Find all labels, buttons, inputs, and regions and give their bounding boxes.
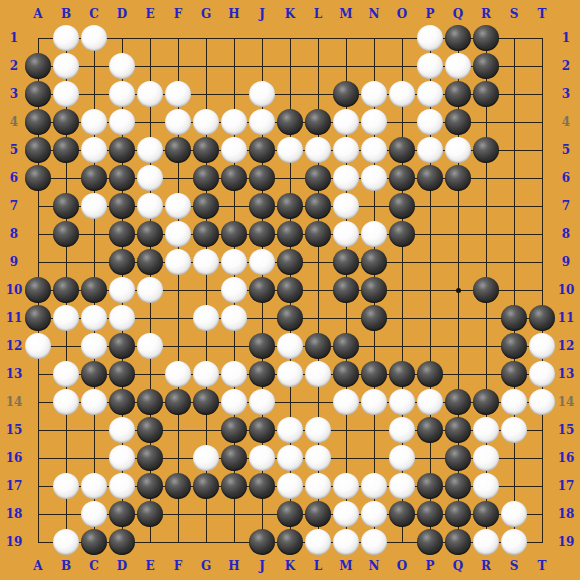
- white-stone-G16[interactable]: [193, 445, 219, 471]
- col-label-top-F: F: [167, 6, 189, 22]
- white-stone-G4[interactable]: [193, 109, 219, 135]
- col-label-top-P: P: [419, 6, 441, 22]
- row-label-left-13: 13: [3, 366, 25, 382]
- white-stone-F13[interactable]: [165, 361, 191, 387]
- black-stone-M10[interactable]: [333, 277, 359, 303]
- white-stone-H5[interactable]: [221, 137, 247, 163]
- white-stone-S14[interactable]: [501, 389, 527, 415]
- white-stone-R19[interactable]: [473, 529, 499, 555]
- col-label-top-K: K: [279, 6, 301, 22]
- white-stone-H9[interactable]: [221, 249, 247, 275]
- row-label-left-12: 12: [3, 338, 25, 354]
- black-stone-O13[interactable]: [389, 361, 415, 387]
- black-stone-A6[interactable]: [25, 165, 51, 191]
- white-stone-K5[interactable]: [277, 137, 303, 163]
- col-label-top-N: N: [363, 6, 385, 22]
- white-stone-M14[interactable]: [333, 389, 359, 415]
- white-stone-E7[interactable]: [137, 193, 163, 219]
- black-stone-P6[interactable]: [417, 165, 443, 191]
- black-stone-A11[interactable]: [25, 305, 51, 331]
- row-label-left-10: 10: [3, 282, 25, 298]
- black-stone-S13[interactable]: [501, 361, 527, 387]
- row-label-right-10: 10: [555, 282, 577, 298]
- white-stone-K16[interactable]: [277, 445, 303, 471]
- black-stone-O8[interactable]: [389, 221, 415, 247]
- black-stone-M9[interactable]: [333, 249, 359, 275]
- col-label-bottom-D: D: [111, 558, 133, 574]
- black-stone-G7[interactable]: [193, 193, 219, 219]
- black-stone-D5[interactable]: [109, 137, 135, 163]
- black-stone-J5[interactable]: [249, 137, 275, 163]
- black-stone-N11[interactable]: [361, 305, 387, 331]
- white-stone-E6[interactable]: [137, 165, 163, 191]
- col-label-top-O: O: [391, 6, 413, 22]
- black-stone-Q6[interactable]: [445, 165, 471, 191]
- black-stone-J13[interactable]: [249, 361, 275, 387]
- col-label-top-E: E: [139, 6, 161, 22]
- row-label-left-5: 5: [3, 142, 25, 158]
- white-stone-P4[interactable]: [417, 109, 443, 135]
- white-stone-K13[interactable]: [277, 361, 303, 387]
- row-label-right-7: 7: [555, 198, 577, 214]
- white-stone-B17[interactable]: [53, 473, 79, 499]
- col-label-top-A: A: [27, 6, 49, 22]
- black-stone-L8[interactable]: [305, 221, 331, 247]
- black-stone-E15[interactable]: [137, 417, 163, 443]
- white-stone-G13[interactable]: [193, 361, 219, 387]
- row-label-right-19: 19: [555, 534, 577, 550]
- white-stone-M4[interactable]: [333, 109, 359, 135]
- white-stone-R17[interactable]: [473, 473, 499, 499]
- row-label-left-19: 19: [3, 534, 25, 550]
- black-stone-Q19[interactable]: [445, 529, 471, 555]
- black-stone-H6[interactable]: [221, 165, 247, 191]
- row-label-left-18: 18: [3, 506, 25, 522]
- black-stone-A4[interactable]: [25, 109, 51, 135]
- star-point-Q10: [456, 288, 461, 293]
- white-stone-D11[interactable]: [109, 305, 135, 331]
- col-label-bottom-R: R: [475, 558, 497, 574]
- black-stone-J15[interactable]: [249, 417, 275, 443]
- black-stone-M13[interactable]: [333, 361, 359, 387]
- col-label-top-C: C: [83, 6, 105, 22]
- white-stone-S15[interactable]: [501, 417, 527, 443]
- black-stone-H17[interactable]: [221, 473, 247, 499]
- white-stone-N4[interactable]: [361, 109, 387, 135]
- white-stone-N6[interactable]: [361, 165, 387, 191]
- row-label-left-8: 8: [3, 226, 25, 242]
- black-stone-B10[interactable]: [53, 277, 79, 303]
- white-stone-S18[interactable]: [501, 501, 527, 527]
- black-stone-B8[interactable]: [53, 221, 79, 247]
- black-stone-N13[interactable]: [361, 361, 387, 387]
- white-stone-K15[interactable]: [277, 417, 303, 443]
- white-stone-D15[interactable]: [109, 417, 135, 443]
- black-stone-D6[interactable]: [109, 165, 135, 191]
- black-stone-D7[interactable]: [109, 193, 135, 219]
- white-stone-P3[interactable]: [417, 81, 443, 107]
- black-stone-K10[interactable]: [277, 277, 303, 303]
- black-stone-D14[interactable]: [109, 389, 135, 415]
- black-stone-L18[interactable]: [305, 501, 331, 527]
- row-label-right-14: 14: [555, 394, 577, 410]
- black-stone-N9[interactable]: [361, 249, 387, 275]
- white-stone-J14[interactable]: [249, 389, 275, 415]
- white-stone-O3[interactable]: [389, 81, 415, 107]
- go-board: AABBCCDDEEFFGGHHJJKKLLMMNNOOPPQQRRSSTT11…: [0, 0, 580, 580]
- white-stone-L16[interactable]: [305, 445, 331, 471]
- black-stone-K11[interactable]: [277, 305, 303, 331]
- white-stone-P1[interactable]: [417, 25, 443, 51]
- black-stone-L12[interactable]: [305, 333, 331, 359]
- white-stone-M6[interactable]: [333, 165, 359, 191]
- black-stone-A10[interactable]: [25, 277, 51, 303]
- black-stone-R18[interactable]: [473, 501, 499, 527]
- black-stone-G6[interactable]: [193, 165, 219, 191]
- white-stone-J16[interactable]: [249, 445, 275, 471]
- col-label-top-D: D: [111, 6, 133, 22]
- row-label-left-1: 1: [3, 30, 25, 46]
- black-stone-J8[interactable]: [249, 221, 275, 247]
- black-stone-S11[interactable]: [501, 305, 527, 331]
- black-stone-G14[interactable]: [193, 389, 219, 415]
- white-stone-M5[interactable]: [333, 137, 359, 163]
- black-stone-M3[interactable]: [333, 81, 359, 107]
- white-stone-F9[interactable]: [165, 249, 191, 275]
- row-label-left-15: 15: [3, 422, 25, 438]
- col-label-top-S: S: [503, 6, 525, 22]
- row-label-right-1: 1: [555, 30, 577, 46]
- white-stone-S19[interactable]: [501, 529, 527, 555]
- white-stone-M7[interactable]: [333, 193, 359, 219]
- col-label-bottom-J: J: [251, 558, 273, 574]
- white-stone-F7[interactable]: [165, 193, 191, 219]
- white-stone-N17[interactable]: [361, 473, 387, 499]
- black-stone-H8[interactable]: [221, 221, 247, 247]
- black-stone-Q16[interactable]: [445, 445, 471, 471]
- white-stone-L15[interactable]: [305, 417, 331, 443]
- white-stone-D17[interactable]: [109, 473, 135, 499]
- col-label-top-R: R: [475, 6, 497, 22]
- white-stone-F4[interactable]: [165, 109, 191, 135]
- row-label-right-11: 11: [555, 310, 577, 326]
- black-stone-D13[interactable]: [109, 361, 135, 387]
- black-stone-Q17[interactable]: [445, 473, 471, 499]
- black-stone-C6[interactable]: [81, 165, 107, 191]
- white-stone-B11[interactable]: [53, 305, 79, 331]
- col-label-bottom-N: N: [363, 558, 385, 574]
- black-stone-D9[interactable]: [109, 249, 135, 275]
- white-stone-B14[interactable]: [53, 389, 79, 415]
- black-stone-T11[interactable]: [529, 305, 555, 331]
- white-stone-H11[interactable]: [221, 305, 247, 331]
- black-stone-O18[interactable]: [389, 501, 415, 527]
- white-stone-C14[interactable]: [81, 389, 107, 415]
- col-label-bottom-C: C: [83, 558, 105, 574]
- white-stone-J9[interactable]: [249, 249, 275, 275]
- col-label-bottom-L: L: [307, 558, 329, 574]
- col-label-bottom-P: P: [419, 558, 441, 574]
- white-stone-C17[interactable]: [81, 473, 107, 499]
- white-stone-D4[interactable]: [109, 109, 135, 135]
- black-stone-L4[interactable]: [305, 109, 331, 135]
- row-label-left-6: 6: [3, 170, 25, 186]
- white-stone-R16[interactable]: [473, 445, 499, 471]
- black-stone-D8[interactable]: [109, 221, 135, 247]
- col-label-bottom-M: M: [335, 558, 357, 574]
- white-stone-P14[interactable]: [417, 389, 443, 415]
- black-stone-Q1[interactable]: [445, 25, 471, 51]
- black-stone-K19[interactable]: [277, 529, 303, 555]
- row-label-right-13: 13: [555, 366, 577, 382]
- row-label-left-2: 2: [3, 58, 25, 74]
- white-stone-C1[interactable]: [81, 25, 107, 51]
- col-label-bottom-Q: Q: [447, 558, 469, 574]
- black-stone-A3[interactable]: [25, 81, 51, 107]
- black-stone-K4[interactable]: [277, 109, 303, 135]
- white-stone-F8[interactable]: [165, 221, 191, 247]
- white-stone-Q5[interactable]: [445, 137, 471, 163]
- black-stone-Q4[interactable]: [445, 109, 471, 135]
- black-stone-C10[interactable]: [81, 277, 107, 303]
- white-stone-H13[interactable]: [221, 361, 247, 387]
- black-stone-E16[interactable]: [137, 445, 163, 471]
- black-stone-P19[interactable]: [417, 529, 443, 555]
- row-label-right-4: 4: [555, 114, 577, 130]
- white-stone-L17[interactable]: [305, 473, 331, 499]
- white-stone-P5[interactable]: [417, 137, 443, 163]
- row-label-left-3: 3: [3, 86, 25, 102]
- black-stone-O6[interactable]: [389, 165, 415, 191]
- black-stone-R1[interactable]: [473, 25, 499, 51]
- black-stone-F5[interactable]: [165, 137, 191, 163]
- black-stone-E9[interactable]: [137, 249, 163, 275]
- row-label-right-2: 2: [555, 58, 577, 74]
- col-label-top-M: M: [335, 6, 357, 22]
- col-label-bottom-F: F: [167, 558, 189, 574]
- white-stone-M19[interactable]: [333, 529, 359, 555]
- black-stone-Q14[interactable]: [445, 389, 471, 415]
- black-stone-C13[interactable]: [81, 361, 107, 387]
- black-stone-L7[interactable]: [305, 193, 331, 219]
- white-stone-B3[interactable]: [53, 81, 79, 107]
- white-stone-J3[interactable]: [249, 81, 275, 107]
- white-stone-D16[interactable]: [109, 445, 135, 471]
- row-label-right-18: 18: [555, 506, 577, 522]
- black-stone-N10[interactable]: [361, 277, 387, 303]
- row-label-right-9: 9: [555, 254, 577, 270]
- black-stone-P15[interactable]: [417, 417, 443, 443]
- black-stone-G5[interactable]: [193, 137, 219, 163]
- col-label-bottom-K: K: [279, 558, 301, 574]
- white-stone-L13[interactable]: [305, 361, 331, 387]
- white-stone-B13[interactable]: [53, 361, 79, 387]
- black-stone-Q15[interactable]: [445, 417, 471, 443]
- white-stone-D3[interactable]: [109, 81, 135, 107]
- black-stone-A5[interactable]: [25, 137, 51, 163]
- white-stone-T13[interactable]: [529, 361, 555, 387]
- row-label-right-5: 5: [555, 142, 577, 158]
- row-label-left-16: 16: [3, 450, 25, 466]
- row-label-right-17: 17: [555, 478, 577, 494]
- white-stone-H10[interactable]: [221, 277, 247, 303]
- black-stone-R14[interactable]: [473, 389, 499, 415]
- col-label-top-Q: Q: [447, 6, 469, 22]
- black-stone-R3[interactable]: [473, 81, 499, 107]
- black-stone-R5[interactable]: [473, 137, 499, 163]
- row-label-left-4: 4: [3, 114, 25, 130]
- white-stone-J4[interactable]: [249, 109, 275, 135]
- white-stone-M17[interactable]: [333, 473, 359, 499]
- white-stone-B19[interactable]: [53, 529, 79, 555]
- white-stone-T14[interactable]: [529, 389, 555, 415]
- col-label-bottom-B: B: [55, 558, 77, 574]
- white-stone-B2[interactable]: [53, 53, 79, 79]
- black-stone-Q3[interactable]: [445, 81, 471, 107]
- white-stone-H14[interactable]: [221, 389, 247, 415]
- white-stone-C4[interactable]: [81, 109, 107, 135]
- col-label-bottom-O: O: [391, 558, 413, 574]
- white-stone-D10[interactable]: [109, 277, 135, 303]
- black-stone-O7[interactable]: [389, 193, 415, 219]
- black-stone-E14[interactable]: [137, 389, 163, 415]
- white-stone-N8[interactable]: [361, 221, 387, 247]
- black-stone-L6[interactable]: [305, 165, 331, 191]
- white-stone-A12[interactable]: [25, 333, 51, 359]
- white-stone-T12[interactable]: [529, 333, 555, 359]
- black-stone-K8[interactable]: [277, 221, 303, 247]
- white-stone-N19[interactable]: [361, 529, 387, 555]
- black-stone-K7[interactable]: [277, 193, 303, 219]
- black-stone-E18[interactable]: [137, 501, 163, 527]
- black-stone-G17[interactable]: [193, 473, 219, 499]
- black-stone-G8[interactable]: [193, 221, 219, 247]
- black-stone-D18[interactable]: [109, 501, 135, 527]
- white-stone-N5[interactable]: [361, 137, 387, 163]
- col-label-top-G: G: [195, 6, 217, 22]
- black-stone-D12[interactable]: [109, 333, 135, 359]
- white-stone-C18[interactable]: [81, 501, 107, 527]
- white-stone-L19[interactable]: [305, 529, 331, 555]
- white-stone-C7[interactable]: [81, 193, 107, 219]
- col-label-top-T: T: [531, 6, 553, 22]
- black-stone-S12[interactable]: [501, 333, 527, 359]
- white-stone-N18[interactable]: [361, 501, 387, 527]
- white-stone-K12[interactable]: [277, 333, 303, 359]
- white-stone-O16[interactable]: [389, 445, 415, 471]
- row-label-right-15: 15: [555, 422, 577, 438]
- row-label-left-7: 7: [3, 198, 25, 214]
- black-stone-H16[interactable]: [221, 445, 247, 471]
- white-stone-C11[interactable]: [81, 305, 107, 331]
- white-stone-L5[interactable]: [305, 137, 331, 163]
- white-stone-E5[interactable]: [137, 137, 163, 163]
- black-stone-P13[interactable]: [417, 361, 443, 387]
- white-stone-H4[interactable]: [221, 109, 247, 135]
- black-stone-K9[interactable]: [277, 249, 303, 275]
- black-stone-A2[interactable]: [25, 53, 51, 79]
- black-stone-J19[interactable]: [249, 529, 275, 555]
- black-stone-Q18[interactable]: [445, 501, 471, 527]
- row-label-left-17: 17: [3, 478, 25, 494]
- row-label-right-6: 6: [555, 170, 577, 186]
- white-stone-O14[interactable]: [389, 389, 415, 415]
- col-label-top-H: H: [223, 6, 245, 22]
- white-stone-M8[interactable]: [333, 221, 359, 247]
- white-stone-O15[interactable]: [389, 417, 415, 443]
- black-stone-P17[interactable]: [417, 473, 443, 499]
- black-stone-J10[interactable]: [249, 277, 275, 303]
- white-stone-O17[interactable]: [389, 473, 415, 499]
- white-stone-Q2[interactable]: [445, 53, 471, 79]
- col-label-bottom-G: G: [195, 558, 217, 574]
- white-stone-N14[interactable]: [361, 389, 387, 415]
- row-label-left-14: 14: [3, 394, 25, 410]
- black-stone-J7[interactable]: [249, 193, 275, 219]
- row-label-right-3: 3: [555, 86, 577, 102]
- col-label-bottom-A: A: [27, 558, 49, 574]
- black-stone-B4[interactable]: [53, 109, 79, 135]
- col-label-bottom-H: H: [223, 558, 245, 574]
- black-stone-M12[interactable]: [333, 333, 359, 359]
- col-label-bottom-T: T: [531, 558, 553, 574]
- white-stone-M18[interactable]: [333, 501, 359, 527]
- white-stone-N3[interactable]: [361, 81, 387, 107]
- white-stone-E3[interactable]: [137, 81, 163, 107]
- white-stone-D2[interactable]: [109, 53, 135, 79]
- col-label-bottom-E: E: [139, 558, 161, 574]
- white-stone-P2[interactable]: [417, 53, 443, 79]
- white-stone-G9[interactable]: [193, 249, 219, 275]
- col-label-bottom-S: S: [503, 558, 525, 574]
- row-label-left-9: 9: [3, 254, 25, 270]
- black-stone-R10[interactable]: [473, 277, 499, 303]
- white-stone-K17[interactable]: [277, 473, 303, 499]
- col-label-top-L: L: [307, 6, 329, 22]
- black-stone-F17[interactable]: [165, 473, 191, 499]
- col-label-top-J: J: [251, 6, 273, 22]
- black-stone-C19[interactable]: [81, 529, 107, 555]
- row-label-right-16: 16: [555, 450, 577, 466]
- black-stone-J6[interactable]: [249, 165, 275, 191]
- black-stone-E17[interactable]: [137, 473, 163, 499]
- black-stone-K18[interactable]: [277, 501, 303, 527]
- white-stone-G11[interactable]: [193, 305, 219, 331]
- black-stone-E8[interactable]: [137, 221, 163, 247]
- black-stone-P18[interactable]: [417, 501, 443, 527]
- black-stone-F14[interactable]: [165, 389, 191, 415]
- white-stone-R15[interactable]: [473, 417, 499, 443]
- white-stone-E12[interactable]: [137, 333, 163, 359]
- row-label-right-8: 8: [555, 226, 577, 242]
- row-label-left-11: 11: [3, 310, 25, 326]
- white-stone-E10[interactable]: [137, 277, 163, 303]
- black-stone-B5[interactable]: [53, 137, 79, 163]
- row-label-right-12: 12: [555, 338, 577, 354]
- col-label-top-B: B: [55, 6, 77, 22]
- black-stone-R2[interactable]: [473, 53, 499, 79]
- black-stone-D19[interactable]: [109, 529, 135, 555]
- black-stone-B7[interactable]: [53, 193, 79, 219]
- black-stone-H15[interactable]: [221, 417, 247, 443]
- black-stone-J17[interactable]: [249, 473, 275, 499]
- white-stone-B1[interactable]: [53, 25, 79, 51]
- white-stone-C12[interactable]: [81, 333, 107, 359]
- black-stone-J12[interactable]: [249, 333, 275, 359]
- white-stone-C5[interactable]: [81, 137, 107, 163]
- black-stone-O5[interactable]: [389, 137, 415, 163]
- white-stone-F3[interactable]: [165, 81, 191, 107]
